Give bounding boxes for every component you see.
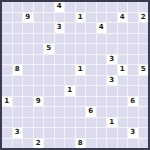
cell[interactable] (76, 118, 86, 128)
cell[interactable] (13, 139, 23, 149)
clue-cell: 4 (118, 13, 128, 23)
puzzle-stage: 491423453811531196613328 (0, 0, 150, 150)
cell[interactable] (139, 55, 149, 65)
cell[interactable] (118, 2, 128, 12)
cell[interactable] (118, 76, 128, 86)
cell[interactable] (97, 76, 107, 86)
cell[interactable] (13, 44, 23, 54)
cell[interactable] (2, 44, 12, 54)
cell[interactable] (44, 76, 54, 86)
cell[interactable] (2, 65, 12, 75)
cell[interactable] (86, 23, 96, 33)
cell[interactable] (34, 86, 44, 96)
clue-cell: 1 (118, 65, 128, 75)
cell[interactable] (86, 118, 96, 128)
cell[interactable] (34, 55, 44, 65)
cell[interactable] (107, 23, 117, 33)
cell[interactable] (13, 107, 23, 117)
cell[interactable] (97, 139, 107, 149)
cell[interactable] (86, 34, 96, 44)
cell[interactable] (76, 128, 86, 138)
cell[interactable] (86, 2, 96, 12)
cell[interactable] (128, 86, 138, 96)
cell[interactable] (55, 86, 65, 96)
cell[interactable] (44, 97, 54, 107)
clue-cell: 6 (128, 97, 138, 107)
cell[interactable] (86, 76, 96, 86)
cell[interactable] (13, 34, 23, 44)
clue-cell: 8 (76, 139, 86, 149)
clue-cell: 5 (139, 65, 149, 75)
cell[interactable] (97, 65, 107, 75)
cell[interactable] (97, 34, 107, 44)
cell[interactable] (107, 44, 117, 54)
cell[interactable] (86, 139, 96, 149)
cell[interactable] (55, 34, 65, 44)
cell[interactable] (65, 2, 75, 12)
cell[interactable] (2, 107, 12, 117)
cell[interactable] (139, 107, 149, 117)
clue-cell: 1 (76, 65, 86, 75)
cell[interactable] (139, 128, 149, 138)
cell[interactable] (76, 34, 86, 44)
cell[interactable] (97, 2, 107, 12)
cell[interactable] (128, 44, 138, 54)
cell[interactable] (44, 55, 54, 65)
cell[interactable] (44, 2, 54, 12)
cell[interactable] (34, 34, 44, 44)
cell[interactable] (2, 128, 12, 138)
clue-cell: 4 (55, 2, 65, 12)
clue-cell: 1 (65, 86, 75, 96)
cell[interactable] (128, 13, 138, 23)
cell[interactable] (139, 86, 149, 96)
cell[interactable] (55, 97, 65, 107)
cell[interactable] (13, 97, 23, 107)
cell[interactable] (65, 55, 75, 65)
cell[interactable] (2, 86, 12, 96)
cell[interactable] (34, 128, 44, 138)
clue-cell: 9 (34, 97, 44, 107)
cell[interactable] (97, 97, 107, 107)
cell[interactable] (55, 13, 65, 23)
cell[interactable] (65, 107, 75, 117)
cell[interactable] (34, 44, 44, 54)
cell[interactable] (44, 107, 54, 117)
cell[interactable] (118, 97, 128, 107)
puzzle-board: 491423453811531196613328 (0, 0, 150, 150)
cell[interactable] (65, 65, 75, 75)
cell[interactable] (86, 86, 96, 96)
cell[interactable] (107, 86, 117, 96)
cell[interactable] (139, 34, 149, 44)
cell[interactable] (76, 86, 86, 96)
cell[interactable] (44, 34, 54, 44)
cell[interactable] (86, 65, 96, 75)
cell[interactable] (65, 118, 75, 128)
cell[interactable] (13, 86, 23, 96)
cell[interactable] (139, 2, 149, 12)
cell[interactable] (55, 65, 65, 75)
cell[interactable] (13, 55, 23, 65)
cell[interactable] (55, 55, 65, 65)
cell[interactable] (23, 118, 33, 128)
cell[interactable] (107, 13, 117, 23)
cell[interactable] (118, 139, 128, 149)
cell[interactable] (13, 13, 23, 23)
cell[interactable] (23, 65, 33, 75)
cell[interactable] (55, 76, 65, 86)
cell[interactable] (107, 34, 117, 44)
cell[interactable] (13, 118, 23, 128)
cell[interactable] (13, 76, 23, 86)
cell[interactable] (23, 55, 33, 65)
cell[interactable] (128, 76, 138, 86)
cell[interactable] (118, 34, 128, 44)
clue-cell: 2 (139, 13, 149, 23)
cell[interactable] (86, 97, 96, 107)
cell[interactable] (65, 13, 75, 23)
clue-cell: 3 (13, 128, 23, 138)
cell[interactable] (97, 13, 107, 23)
cell[interactable] (86, 128, 96, 138)
cell[interactable] (97, 107, 107, 117)
cell[interactable] (65, 139, 75, 149)
cell[interactable] (118, 55, 128, 65)
clue-cell: 6 (86, 107, 96, 117)
cell[interactable] (128, 23, 138, 33)
cell[interactable] (44, 65, 54, 75)
clue-cell: 4 (97, 23, 107, 33)
cell[interactable] (107, 107, 117, 117)
cell[interactable] (107, 65, 117, 75)
cell[interactable] (128, 2, 138, 12)
cell[interactable] (44, 86, 54, 96)
cell[interactable] (34, 2, 44, 12)
cell[interactable] (23, 44, 33, 54)
clue-cell: 2 (34, 139, 44, 149)
clue-cell: 3 (107, 76, 117, 86)
cell[interactable] (44, 13, 54, 23)
cell[interactable] (34, 13, 44, 23)
cell[interactable] (139, 139, 149, 149)
cell[interactable] (2, 55, 12, 65)
cell[interactable] (107, 97, 117, 107)
cell[interactable] (65, 128, 75, 138)
cell[interactable] (44, 128, 54, 138)
cell[interactable] (55, 118, 65, 128)
cell[interactable] (34, 23, 44, 33)
cell[interactable] (34, 76, 44, 86)
cell[interactable] (34, 118, 44, 128)
clue-cell: 1 (107, 118, 117, 128)
cell[interactable] (23, 139, 33, 149)
cell[interactable] (76, 44, 86, 54)
cell[interactable] (118, 118, 128, 128)
cell[interactable] (107, 128, 117, 138)
cell[interactable] (128, 34, 138, 44)
cell[interactable] (86, 44, 96, 54)
cell[interactable] (128, 65, 138, 75)
cell[interactable] (13, 2, 23, 12)
cell[interactable] (128, 139, 138, 149)
cell[interactable] (128, 107, 138, 117)
cell[interactable] (107, 139, 117, 149)
cell[interactable] (128, 55, 138, 65)
cell[interactable] (118, 128, 128, 138)
cell[interactable] (97, 118, 107, 128)
cell[interactable] (97, 86, 107, 96)
cell[interactable] (107, 2, 117, 12)
cell[interactable] (76, 107, 86, 117)
clue-cell: 1 (2, 97, 12, 107)
cell[interactable] (76, 23, 86, 33)
clue-cell: 3 (107, 55, 117, 65)
cell[interactable] (118, 44, 128, 54)
cell[interactable] (86, 13, 96, 23)
cell[interactable] (34, 65, 44, 75)
cell[interactable] (2, 118, 12, 128)
clue-cell: 9 (23, 13, 33, 23)
cell[interactable] (65, 34, 75, 44)
clue-cell: 5 (44, 44, 54, 54)
cell[interactable] (2, 13, 12, 23)
cell[interactable] (139, 23, 149, 33)
cell[interactable] (13, 23, 23, 33)
cell[interactable] (97, 44, 107, 54)
cell[interactable] (139, 76, 149, 86)
cell[interactable] (76, 76, 86, 86)
cell[interactable] (2, 76, 12, 86)
cell[interactable] (76, 2, 86, 12)
cell[interactable] (34, 107, 44, 117)
clue-cell: 8 (13, 65, 23, 75)
cell[interactable] (23, 23, 33, 33)
cell[interactable] (23, 97, 33, 107)
cell[interactable] (55, 44, 65, 54)
cell[interactable] (2, 2, 12, 12)
cell[interactable] (23, 107, 33, 117)
cell[interactable] (55, 139, 65, 149)
cell[interactable] (128, 118, 138, 128)
cell[interactable] (139, 44, 149, 54)
cell[interactable] (76, 97, 86, 107)
cell[interactable] (86, 55, 96, 65)
cell[interactable] (55, 128, 65, 138)
cell[interactable] (44, 23, 54, 33)
cell[interactable] (65, 44, 75, 54)
cell[interactable] (65, 76, 75, 86)
cell[interactable] (97, 55, 107, 65)
clue-cell: 1 (76, 13, 86, 23)
cell[interactable] (23, 86, 33, 96)
cell[interactable] (2, 34, 12, 44)
cell[interactable] (65, 23, 75, 33)
cell[interactable] (44, 118, 54, 128)
clue-cell: 3 (128, 128, 138, 138)
cell[interactable] (23, 34, 33, 44)
cell[interactable] (76, 55, 86, 65)
cell[interactable] (23, 76, 33, 86)
cell[interactable] (139, 97, 149, 107)
cell[interactable] (23, 128, 33, 138)
cell[interactable] (23, 2, 33, 12)
cell[interactable] (97, 128, 107, 138)
cell[interactable] (2, 139, 12, 149)
cell[interactable] (55, 107, 65, 117)
clue-cell: 3 (55, 23, 65, 33)
cell[interactable] (65, 97, 75, 107)
cell[interactable] (118, 107, 128, 117)
cell[interactable] (44, 139, 54, 149)
cell[interactable] (118, 86, 128, 96)
cell[interactable] (118, 23, 128, 33)
cell[interactable] (2, 23, 12, 33)
cell[interactable] (139, 118, 149, 128)
